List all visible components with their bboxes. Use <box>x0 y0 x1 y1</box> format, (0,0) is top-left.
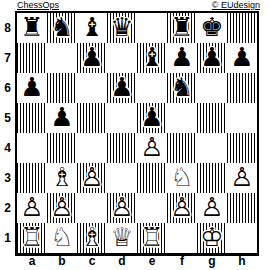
square-e4[interactable]: ♟♙ <box>137 133 167 163</box>
square-d3[interactable] <box>107 163 137 193</box>
square-a3[interactable] <box>17 163 47 193</box>
square-f4[interactable] <box>167 133 197 163</box>
rook-glyph: ♜ <box>17 13 47 43</box>
square-h2[interactable] <box>227 193 257 223</box>
square-d7[interactable] <box>107 43 137 73</box>
pawn-glyph: ♟ <box>137 103 167 133</box>
file-label-c: c <box>77 254 107 268</box>
square-f3[interactable]: ♞♘ <box>167 163 197 193</box>
knight-glyph: ♞ <box>47 13 77 43</box>
rank-label-6: 6 <box>1 73 14 103</box>
square-c5[interactable] <box>77 103 107 133</box>
rank-label-7: 7 <box>1 43 14 73</box>
piece-black-pawn[interactable]: ♟ <box>227 43 257 73</box>
square-b7[interactable] <box>47 43 77 73</box>
piece-black-queen[interactable]: ♛ <box>107 13 137 43</box>
pawn-glyph: ♟ <box>167 43 197 73</box>
square-h3[interactable]: ♟♙ <box>227 163 257 193</box>
rook-outline: ♖ <box>137 223 167 253</box>
file-label-h: h <box>227 254 257 268</box>
king-glyph: ♚ <box>197 13 227 43</box>
square-e7[interactable]: ♝ <box>137 43 167 73</box>
piece-white-pawn[interactable]: ♟♙ <box>17 193 47 223</box>
square-f8[interactable]: ♜ <box>167 13 197 43</box>
rank-label-4: 4 <box>1 133 14 163</box>
piece-black-pawn[interactable]: ♟ <box>107 73 137 103</box>
copyright-credit: © EUdesign <box>212 0 260 11</box>
square-a8[interactable]: ♜ <box>17 13 47 43</box>
bishop-outline: ♗ <box>77 223 107 253</box>
pawn-outline: ♙ <box>137 133 167 163</box>
square-e8[interactable] <box>137 13 167 43</box>
square-c1[interactable]: ♝♗ <box>77 223 107 253</box>
rook-outline: ♖ <box>17 223 47 253</box>
square-h5[interactable] <box>227 103 257 133</box>
piece-black-bishop[interactable]: ♝ <box>137 43 167 73</box>
square-g1[interactable]: ♚♔ <box>197 223 227 253</box>
square-d8[interactable]: ♛ <box>107 13 137 43</box>
pawn-outline: ♙ <box>227 163 257 193</box>
piece-black-rook[interactable]: ♜ <box>17 13 47 43</box>
square-b8[interactable]: ♞ <box>47 13 77 43</box>
file-label-f: f <box>167 254 197 268</box>
pawn-outline: ♙ <box>197 193 227 223</box>
piece-black-pawn[interactable]: ♟ <box>167 43 197 73</box>
square-e2[interactable] <box>137 193 167 223</box>
pawn-outline: ♙ <box>77 163 107 193</box>
square-b6[interactable] <box>47 73 77 103</box>
file-label-b: b <box>47 254 77 268</box>
square-f2[interactable]: ♟♙ <box>167 193 197 223</box>
piece-white-pawn[interactable]: ♟♙ <box>167 193 197 223</box>
piece-white-rook[interactable]: ♜♖ <box>137 223 167 253</box>
square-f1[interactable] <box>167 223 197 253</box>
piece-black-pawn[interactable]: ♟ <box>17 73 47 103</box>
file-label-g: g <box>197 254 227 268</box>
square-e6[interactable] <box>137 73 167 103</box>
square-d2[interactable]: ♟♙ <box>107 193 137 223</box>
piece-white-knight[interactable]: ♞♘ <box>167 163 197 193</box>
square-c4[interactable] <box>77 133 107 163</box>
pawn-glyph: ♟ <box>107 73 137 103</box>
piece-black-knight[interactable]: ♞ <box>167 73 197 103</box>
square-a1[interactable]: ♜♖ <box>17 223 47 253</box>
pawn-glyph: ♟ <box>17 73 47 103</box>
square-h4[interactable] <box>227 133 257 163</box>
piece-white-king[interactable]: ♚♔ <box>197 223 227 253</box>
piece-black-rook[interactable]: ♜ <box>167 13 197 43</box>
rank-label-3: 3 <box>1 163 14 193</box>
queen-glyph: ♛ <box>107 13 137 43</box>
piece-white-pawn[interactable]: ♟♙ <box>137 133 167 163</box>
square-b4[interactable] <box>47 133 77 163</box>
square-b3[interactable]: ♝♗ <box>47 163 77 193</box>
square-a6[interactable]: ♟ <box>17 73 47 103</box>
piece-white-pawn[interactable]: ♟♙ <box>47 193 77 223</box>
square-h7[interactable]: ♟ <box>227 43 257 73</box>
square-f7[interactable]: ♟ <box>167 43 197 73</box>
piece-white-rook[interactable]: ♜♖ <box>17 223 47 253</box>
square-d4[interactable] <box>107 133 137 163</box>
piece-white-pawn[interactable]: ♟♙ <box>77 163 107 193</box>
square-d1[interactable]: ♛♕ <box>107 223 137 253</box>
bishop-glyph: ♝ <box>77 13 107 43</box>
square-g2[interactable]: ♟♙ <box>197 193 227 223</box>
rank-label-5: 5 <box>1 103 14 133</box>
square-h1[interactable] <box>227 223 257 253</box>
pawn-glyph: ♟ <box>227 43 257 73</box>
square-f6[interactable]: ♞ <box>167 73 197 103</box>
square-b2[interactable]: ♟♙ <box>47 193 77 223</box>
pawn-outline: ♙ <box>167 193 197 223</box>
square-d6[interactable]: ♟ <box>107 73 137 103</box>
piece-white-pawn[interactable]: ♟♙ <box>107 193 137 223</box>
square-c8[interactable]: ♝ <box>77 13 107 43</box>
square-f5[interactable] <box>167 103 197 133</box>
chess-board: ♜♞♝♛♜♚♟♝♟♟♟♟♟♞♟♟♟♙♝♗♟♙♞♘♟♙♟♙♟♙♟♙♟♙♟♙♜♖♞♘… <box>15 11 259 256</box>
piece-black-pawn[interactable]: ♟ <box>77 43 107 73</box>
king-outline: ♔ <box>197 223 227 253</box>
square-g3[interactable] <box>197 163 227 193</box>
pawn-outline: ♙ <box>107 193 137 223</box>
file-label-d: d <box>107 254 137 268</box>
square-a4[interactable] <box>17 133 47 163</box>
rank-label-8: 8 <box>1 13 14 43</box>
piece-black-pawn[interactable]: ♟ <box>47 103 77 133</box>
bishop-glyph: ♝ <box>137 43 167 73</box>
square-h8[interactable] <box>227 13 257 43</box>
queen-outline: ♕ <box>107 223 137 253</box>
app-canvas: ChessOps © EUdesign ♜♞♝♛♜♚♟♝♟♟♟♟♟♞♟♟♟♙♝♗… <box>0 0 270 270</box>
square-g4[interactable] <box>197 133 227 163</box>
square-a7[interactable] <box>17 43 47 73</box>
square-e1[interactable]: ♜♖ <box>137 223 167 253</box>
piece-white-queen[interactable]: ♛♕ <box>107 223 137 253</box>
pawn-outline: ♙ <box>17 193 47 223</box>
square-c2[interactable] <box>77 193 107 223</box>
pawn-glyph: ♟ <box>77 43 107 73</box>
piece-white-pawn[interactable]: ♟♙ <box>227 163 257 193</box>
app-title: ChessOps <box>17 0 59 11</box>
piece-black-king[interactable]: ♚ <box>197 13 227 43</box>
square-b5[interactable]: ♟ <box>47 103 77 133</box>
square-a2[interactable]: ♟♙ <box>17 193 47 223</box>
knight-outline: ♘ <box>167 163 197 193</box>
square-c6[interactable] <box>77 73 107 103</box>
piece-black-knight[interactable]: ♞ <box>47 13 77 43</box>
bishop-outline: ♗ <box>47 163 77 193</box>
piece-white-pawn[interactable]: ♟♙ <box>197 193 227 223</box>
square-h6[interactable] <box>227 73 257 103</box>
square-g8[interactable]: ♚ <box>197 13 227 43</box>
pawn-outline: ♙ <box>47 193 77 223</box>
file-label-a: a <box>17 254 47 268</box>
piece-black-pawn[interactable]: ♟ <box>197 43 227 73</box>
knight-glyph: ♞ <box>167 73 197 103</box>
pawn-glyph: ♟ <box>197 43 227 73</box>
square-g5[interactable] <box>197 103 227 133</box>
piece-white-bishop[interactable]: ♝♗ <box>77 223 107 253</box>
rook-glyph: ♜ <box>167 13 197 43</box>
piece-black-pawn[interactable]: ♟ <box>137 103 167 133</box>
square-d5[interactable] <box>107 103 137 133</box>
square-e3[interactable] <box>137 163 167 193</box>
knight-outline: ♘ <box>47 223 77 253</box>
square-c7[interactable]: ♟ <box>77 43 107 73</box>
square-g6[interactable] <box>197 73 227 103</box>
piece-white-bishop[interactable]: ♝♗ <box>47 163 77 193</box>
square-c3[interactable]: ♟♙ <box>77 163 107 193</box>
square-g7[interactable]: ♟ <box>197 43 227 73</box>
piece-black-bishop[interactable]: ♝ <box>77 13 107 43</box>
piece-white-knight[interactable]: ♞♘ <box>47 223 77 253</box>
square-a5[interactable] <box>17 103 47 133</box>
square-e5[interactable]: ♟ <box>137 103 167 133</box>
rank-label-2: 2 <box>1 193 14 223</box>
file-label-e: e <box>137 254 167 268</box>
square-b1[interactable]: ♞♘ <box>47 223 77 253</box>
pawn-glyph: ♟ <box>47 103 77 133</box>
rank-label-1: 1 <box>1 223 14 253</box>
